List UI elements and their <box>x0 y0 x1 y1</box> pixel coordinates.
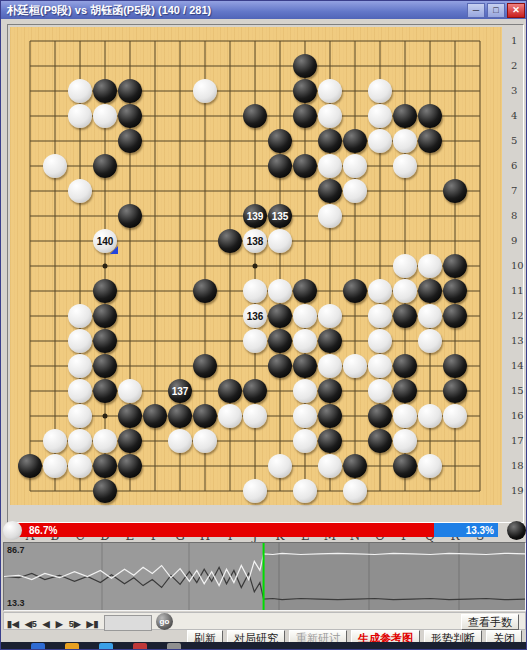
white-stone-C7 <box>68 179 92 203</box>
white-stone-O13 <box>368 329 392 353</box>
black-stone-G15: 137 <box>168 379 192 403</box>
black-stone-M5 <box>318 129 342 153</box>
white-stone-J12: 136 <box>243 304 267 328</box>
black-stone-N11 <box>343 279 367 303</box>
white-stone-J13 <box>243 329 267 353</box>
playback-back-5-button[interactable]: ◀5 <box>25 619 37 629</box>
board-panel: 139135140138136137 ABCDEFGHIJKLMNOPQRS 1… <box>7 24 524 523</box>
white-stone-L13 <box>293 329 317 353</box>
winrate-white-segment <box>15 523 434 537</box>
window-title: 朴廷桓(P9段) vs 胡钰函(P5段) (140 / 281) <box>1 3 211 18</box>
white-stone-D17 <box>93 429 117 453</box>
black-stone-Q4 <box>418 104 442 128</box>
black-winrate-label: 13.3% <box>466 525 494 536</box>
white-stone-J19 <box>243 479 267 503</box>
playback-buttons: ▮◀◀5◀▶5▶▶▮ <box>4 613 101 630</box>
last-move-marker-icon <box>110 246 118 254</box>
black-stone-D18 <box>93 454 117 478</box>
black-stone-D13 <box>93 329 117 353</box>
white-stone-H3 <box>193 79 217 103</box>
white-stone-O4 <box>368 104 392 128</box>
taskbar-icon[interactable] <box>99 643 113 650</box>
white-stone-B18 <box>43 454 67 478</box>
taskbar-icon[interactable] <box>133 643 147 650</box>
taskbar-icon[interactable] <box>31 643 45 650</box>
black-stone-E18 <box>118 454 142 478</box>
playback-last-button[interactable]: ▶▮ <box>87 619 99 629</box>
white-stone-L15 <box>293 379 317 403</box>
title-bar[interactable]: 朴廷桓(P9段) vs 胡钰函(P5段) (140 / 281) ─ □ ✕ <box>1 1 527 19</box>
white-stone-D4 <box>93 104 117 128</box>
row-label-3: 3 <box>511 85 527 96</box>
black-stone-M13 <box>318 329 342 353</box>
black-stone-M7 <box>318 179 342 203</box>
app-window: 朴廷桓(P9段) vs 胡钰函(P5段) (140 / 281) ─ □ ✕ 1… <box>0 0 527 650</box>
black-stone-D14 <box>93 354 117 378</box>
white-stone-Q13 <box>418 329 442 353</box>
white-stone-O5 <box>368 129 392 153</box>
white-stone-Q12 <box>418 304 442 328</box>
black-stone-F16 <box>143 404 167 428</box>
winrate-bar: 86.7% 13.3% <box>1 520 527 541</box>
white-stone-O12 <box>368 304 392 328</box>
white-stone-O15 <box>368 379 392 403</box>
row-label-14: 14 <box>511 360 527 371</box>
white-stone-O14 <box>368 354 392 378</box>
white-stone-M18 <box>318 454 342 478</box>
black-stone-L4 <box>293 104 317 128</box>
black-stone-R7 <box>443 179 467 203</box>
black-stone-E5 <box>118 129 142 153</box>
row-label-1: 1 <box>511 35 527 46</box>
white-stone-P17 <box>393 429 417 453</box>
white-stone-H17 <box>193 429 217 453</box>
black-stone-J4 <box>243 104 267 128</box>
white-stone-P11 <box>393 279 417 303</box>
white-stone-N6 <box>343 154 367 178</box>
black-stone-R12 <box>443 304 467 328</box>
black-stone-K14 <box>268 354 292 378</box>
row-label-9: 9 <box>511 235 527 246</box>
white-stone-N19 <box>343 479 367 503</box>
playback-forward-5-button[interactable]: 5▶ <box>69 619 81 629</box>
black-stone-A18 <box>18 454 42 478</box>
black-stone-H11 <box>193 279 217 303</box>
black-stone-D6 <box>93 154 117 178</box>
black-stone-H16 <box>193 404 217 428</box>
row-label-2: 2 <box>511 60 527 71</box>
graph-top-label: 86.7 <box>7 545 25 555</box>
black-stone-R14 <box>443 354 467 378</box>
playback-back-1-button[interactable]: ◀ <box>43 619 50 629</box>
black-stone-D19 <box>93 479 117 503</box>
white-stone-M8 <box>318 204 342 228</box>
winrate-track: 86.7% 13.3% <box>15 523 498 537</box>
row-label-8: 8 <box>511 210 527 221</box>
black-stone-P4 <box>393 104 417 128</box>
white-stone-M4 <box>318 104 342 128</box>
row-label-12: 12 <box>511 310 527 321</box>
white-stone-I16 <box>218 404 242 428</box>
white-stone-K11 <box>268 279 292 303</box>
white-stone-M14 <box>318 354 342 378</box>
board-grid[interactable]: 139135140138136137 <box>10 27 502 505</box>
row-label-4: 4 <box>511 110 527 121</box>
white-stone-J9: 138 <box>243 229 267 253</box>
black-stone-J8: 139 <box>243 204 267 228</box>
black-stone-M15 <box>318 379 342 403</box>
black-stone-O17 <box>368 429 392 453</box>
black-stone-D12 <box>93 304 117 328</box>
white-stone-N7 <box>343 179 367 203</box>
row-label-7: 7 <box>511 185 527 196</box>
white-stone-E15 <box>118 379 142 403</box>
white-stone-B17 <box>43 429 67 453</box>
white-stone-M6 <box>318 154 342 178</box>
white-stone-C16 <box>68 404 92 428</box>
white-stone-C14 <box>68 354 92 378</box>
black-stone-J15 <box>243 379 267 403</box>
black-stone-I15 <box>218 379 242 403</box>
row-label-18: 18 <box>511 460 527 471</box>
black-stone-M17 <box>318 429 342 453</box>
black-stone-L14 <box>293 354 317 378</box>
black-stone-Q5 <box>418 129 442 153</box>
white-stone-D9: 140 <box>93 229 117 253</box>
black-stone-E3 <box>118 79 142 103</box>
white-stone-C12 <box>68 304 92 328</box>
black-stone-M16 <box>318 404 342 428</box>
black-stone-E4 <box>118 104 142 128</box>
black-stone-E8 <box>118 204 142 228</box>
white-stone-M3 <box>318 79 342 103</box>
taskbar-icon[interactable] <box>65 643 79 650</box>
white-stone-C3 <box>68 79 92 103</box>
white-stone-P5 <box>393 129 417 153</box>
black-stone-D3 <box>93 79 117 103</box>
black-stone-R15 <box>443 379 467 403</box>
black-stone-O16 <box>368 404 392 428</box>
graph-bottom-label: 13.3 <box>7 598 25 608</box>
white-stone-Q10 <box>418 254 442 278</box>
black-stone-N18 <box>343 454 367 478</box>
white-stone-P16 <box>393 404 417 428</box>
playback-forward-1-button[interactable]: ▶ <box>56 619 63 629</box>
white-stone-G17 <box>168 429 192 453</box>
white-stone-icon <box>3 521 22 540</box>
close-icon[interactable]: ✕ <box>507 3 525 18</box>
go-button[interactable]: go <box>156 613 173 630</box>
white-stone-C13 <box>68 329 92 353</box>
minimize-button[interactable]: ─ <box>467 3 485 18</box>
black-stone-K5 <box>268 129 292 153</box>
playback-first-button[interactable]: ▮◀ <box>7 619 19 629</box>
black-stone-H14 <box>193 354 217 378</box>
white-stone-L12 <box>293 304 317 328</box>
move-number-input[interactable] <box>104 615 152 631</box>
view-moves-button[interactable]: 查看手数 <box>461 614 519 630</box>
black-stone-P14 <box>393 354 417 378</box>
white-stone-O3 <box>368 79 392 103</box>
row-label-19: 19 <box>511 485 527 496</box>
black-stone-K8: 135 <box>268 204 292 228</box>
white-stone-L16 <box>293 404 317 428</box>
white-stone-C18 <box>68 454 92 478</box>
star-point <box>103 414 108 419</box>
row-label-17: 17 <box>511 435 527 446</box>
windows-taskbar[interactable] <box>1 642 527 650</box>
row-label-13: 13 <box>511 335 527 346</box>
black-stone-K13 <box>268 329 292 353</box>
white-stone-C15 <box>68 379 92 403</box>
black-stone-P18 <box>393 454 417 478</box>
white-winrate-label: 86.7% <box>29 525 57 536</box>
white-stone-K18 <box>268 454 292 478</box>
black-stone-L6 <box>293 154 317 178</box>
playback-toolbar: ▮◀◀5◀▶5▶▶▮ go 查看手数 <box>3 612 526 630</box>
white-stone-O11 <box>368 279 392 303</box>
winrate-graph[interactable]: 86.7 13.3 <box>3 542 526 611</box>
row-label-6: 6 <box>511 160 527 171</box>
black-stone-icon <box>507 521 526 540</box>
black-stone-L3 <box>293 79 317 103</box>
black-stone-L11 <box>293 279 317 303</box>
black-stone-P12 <box>393 304 417 328</box>
black-stone-D11 <box>93 279 117 303</box>
star-point <box>253 264 258 269</box>
white-stone-C4 <box>68 104 92 128</box>
row-label-16: 16 <box>511 410 527 421</box>
white-stone-B6 <box>43 154 67 178</box>
white-stone-M12 <box>318 304 342 328</box>
black-stone-G16 <box>168 404 192 428</box>
row-label-10: 10 <box>511 260 527 271</box>
row-label-5: 5 <box>511 135 527 146</box>
black-stone-R11 <box>443 279 467 303</box>
white-stone-N14 <box>343 354 367 378</box>
white-stone-K9 <box>268 229 292 253</box>
white-stone-Q16 <box>418 404 442 428</box>
black-stone-I9 <box>218 229 242 253</box>
black-stone-P15 <box>393 379 417 403</box>
taskbar-icon[interactable] <box>167 643 181 650</box>
white-stone-L17 <box>293 429 317 453</box>
white-stone-P10 <box>393 254 417 278</box>
white-stone-J11 <box>243 279 267 303</box>
row-label-11: 11 <box>511 285 527 296</box>
black-stone-R10 <box>443 254 467 278</box>
white-stone-C17 <box>68 429 92 453</box>
black-stone-K12 <box>268 304 292 328</box>
row-label-15: 15 <box>511 385 527 396</box>
white-stone-Q18 <box>418 454 442 478</box>
black-stone-K6 <box>268 154 292 178</box>
black-stone-E17 <box>118 429 142 453</box>
black-stone-N5 <box>343 129 367 153</box>
white-stone-R16 <box>443 404 467 428</box>
black-stone-E16 <box>118 404 142 428</box>
black-stone-D15 <box>93 379 117 403</box>
black-stone-Q11 <box>418 279 442 303</box>
white-stone-J16 <box>243 404 267 428</box>
white-stone-L19 <box>293 479 317 503</box>
white-stone-P6 <box>393 154 417 178</box>
black-stone-L2 <box>293 54 317 78</box>
maximize-button[interactable]: □ <box>487 3 505 18</box>
star-point <box>103 264 108 269</box>
